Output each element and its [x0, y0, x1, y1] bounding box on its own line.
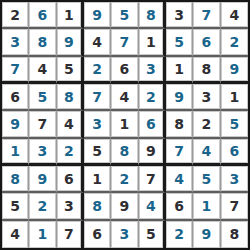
cell-r9c1[interactable]: 4 [2, 221, 29, 248]
cell-r7c2[interactable]: 9 [29, 166, 56, 193]
cell-r1c8[interactable]: 7 [193, 2, 220, 29]
cell-r8c6[interactable]: 4 [139, 193, 166, 220]
cell-r9c9[interactable]: 8 [221, 221, 248, 248]
cell-r2c8[interactable]: 6 [193, 29, 220, 56]
cell-r3c3[interactable]: 5 [57, 57, 84, 84]
cell-r8c4[interactable]: 8 [84, 193, 111, 220]
cell-r7c4[interactable]: 1 [84, 166, 111, 193]
cell-r5c7[interactable]: 8 [166, 111, 193, 138]
cell-r3c9[interactable]: 9 [221, 57, 248, 84]
cell-r4c5[interactable]: 4 [111, 84, 138, 111]
cell-r6c6[interactable]: 9 [139, 139, 166, 166]
cell-r5c4[interactable]: 3 [84, 111, 111, 138]
cell-r8c7[interactable]: 6 [166, 193, 193, 220]
cell-r7c6[interactable]: 7 [139, 166, 166, 193]
cell-r1c3[interactable]: 1 [57, 2, 84, 29]
cell-r3c1[interactable]: 7 [2, 57, 29, 84]
cell-r5c1[interactable]: 9 [2, 111, 29, 138]
cell-r2c7[interactable]: 5 [166, 29, 193, 56]
cell-r9c6[interactable]: 5 [139, 221, 166, 248]
cell-r3c4[interactable]: 2 [84, 57, 111, 84]
cell-r2c5[interactable]: 7 [111, 29, 138, 56]
cell-r6c2[interactable]: 3 [29, 139, 56, 166]
cell-r2c1[interactable]: 3 [2, 29, 29, 56]
cell-r2c2[interactable]: 8 [29, 29, 56, 56]
cell-r2c4[interactable]: 4 [84, 29, 111, 56]
cell-r4c1[interactable]: 6 [2, 84, 29, 111]
cell-r9c5[interactable]: 3 [111, 221, 138, 248]
cell-r4c8[interactable]: 3 [193, 84, 220, 111]
cell-r4c7[interactable]: 9 [166, 84, 193, 111]
cell-r6c4[interactable]: 5 [84, 139, 111, 166]
cell-r8c3[interactable]: 3 [57, 193, 84, 220]
cell-r7c9[interactable]: 3 [221, 166, 248, 193]
cell-r4c2[interactable]: 5 [29, 84, 56, 111]
cell-r1c6[interactable]: 8 [139, 2, 166, 29]
cell-r7c3[interactable]: 6 [57, 166, 84, 193]
cell-r4c6[interactable]: 2 [139, 84, 166, 111]
cell-r3c8[interactable]: 8 [193, 57, 220, 84]
cell-r1c2[interactable]: 6 [29, 2, 56, 29]
cell-r8c8[interactable]: 1 [193, 193, 220, 220]
cell-r8c5[interactable]: 9 [111, 193, 138, 220]
cell-r3c5[interactable]: 6 [111, 57, 138, 84]
cell-r2c9[interactable]: 2 [221, 29, 248, 56]
cell-r5c9[interactable]: 5 [221, 111, 248, 138]
cell-r9c7[interactable]: 2 [166, 221, 193, 248]
cell-r5c3[interactable]: 4 [57, 111, 84, 138]
cell-r9c4[interactable]: 6 [84, 221, 111, 248]
cell-r7c5[interactable]: 2 [111, 166, 138, 193]
cell-r3c7[interactable]: 1 [166, 57, 193, 84]
cell-r4c3[interactable]: 8 [57, 84, 84, 111]
cell-r5c2[interactable]: 7 [29, 111, 56, 138]
cell-r7c8[interactable]: 5 [193, 166, 220, 193]
cell-r6c9[interactable]: 6 [221, 139, 248, 166]
cell-r9c3[interactable]: 7 [57, 221, 84, 248]
cell-r3c2[interactable]: 4 [29, 57, 56, 84]
cell-r6c3[interactable]: 2 [57, 139, 84, 166]
cell-r6c1[interactable]: 1 [2, 139, 29, 166]
cell-r6c7[interactable]: 7 [166, 139, 193, 166]
cell-r9c8[interactable]: 9 [193, 221, 220, 248]
cell-r8c1[interactable]: 5 [2, 193, 29, 220]
cell-r8c2[interactable]: 2 [29, 193, 56, 220]
cell-r6c5[interactable]: 8 [111, 139, 138, 166]
cell-r5c5[interactable]: 1 [111, 111, 138, 138]
cell-r1c4[interactable]: 9 [84, 2, 111, 29]
cell-r8c9[interactable]: 7 [221, 193, 248, 220]
cell-r5c6[interactable]: 6 [139, 111, 166, 138]
cell-r1c5[interactable]: 5 [111, 2, 138, 29]
cell-r1c9[interactable]: 4 [221, 2, 248, 29]
cell-r9c2[interactable]: 1 [29, 221, 56, 248]
cell-r2c3[interactable]: 9 [57, 29, 84, 56]
cell-r7c1[interactable]: 8 [2, 166, 29, 193]
cell-r6c8[interactable]: 4 [193, 139, 220, 166]
cell-r5c8[interactable]: 2 [193, 111, 220, 138]
cell-r1c7[interactable]: 3 [166, 2, 193, 29]
cell-r4c4[interactable]: 7 [84, 84, 111, 111]
cell-r4c9[interactable]: 1 [221, 84, 248, 111]
cell-r7c7[interactable]: 4 [166, 166, 193, 193]
cell-r1c1[interactable]: 2 [2, 2, 29, 29]
cell-r3c6[interactable]: 3 [139, 57, 166, 84]
sudoku-board: 2619583743894715627452631896587429319743… [0, 0, 250, 250]
cell-r2c6[interactable]: 1 [139, 29, 166, 56]
